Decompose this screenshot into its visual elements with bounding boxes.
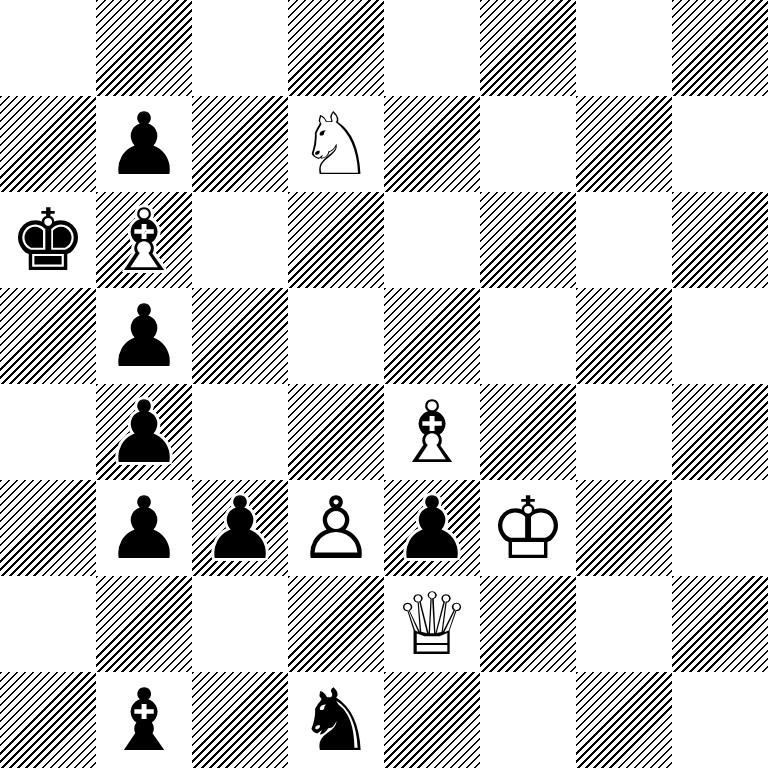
white-bishop-icon: ♗ (393, 384, 470, 480)
square-h3[interactable] (672, 480, 768, 576)
square-d1[interactable]: ♞♞ (288, 672, 384, 768)
white-bishop-icon: ♗ (105, 192, 182, 288)
black-king-icon: ♚ (9, 192, 86, 288)
square-e7[interactable] (384, 96, 480, 192)
white-pawn-icon: ♙ (297, 480, 374, 576)
piece-black-pawn[interactable]: ♟♟ (105, 480, 182, 576)
square-a7[interactable] (0, 96, 96, 192)
square-a5[interactable] (0, 288, 96, 384)
square-d7[interactable]: ♞♘ (288, 96, 384, 192)
square-d4[interactable] (288, 384, 384, 480)
black-pawn-icon: ♟ (105, 480, 182, 576)
square-c6[interactable] (192, 192, 288, 288)
square-e2[interactable]: ♛♕ (384, 576, 480, 672)
square-d6[interactable] (288, 192, 384, 288)
square-f3[interactable]: ♚♔ (480, 480, 576, 576)
square-g8[interactable] (576, 0, 672, 96)
square-g1[interactable] (576, 672, 672, 768)
black-knight-icon: ♞ (297, 672, 374, 768)
square-f2[interactable] (480, 576, 576, 672)
square-h6[interactable] (672, 192, 768, 288)
square-g4[interactable] (576, 384, 672, 480)
black-pawn-icon: ♟ (201, 480, 278, 576)
square-a4[interactable] (0, 384, 96, 480)
square-c5[interactable] (192, 288, 288, 384)
square-h4[interactable] (672, 384, 768, 480)
square-g6[interactable] (576, 192, 672, 288)
square-a3[interactable] (0, 480, 96, 576)
square-e3[interactable]: ♟♟ (384, 480, 480, 576)
square-b7[interactable]: ♟♟ (96, 96, 192, 192)
square-a1[interactable] (0, 672, 96, 768)
square-h8[interactable] (672, 0, 768, 96)
square-b5[interactable]: ♟♟ (96, 288, 192, 384)
black-pawn-icon: ♟ (105, 288, 182, 384)
square-d2[interactable] (288, 576, 384, 672)
black-pawn-icon: ♟ (105, 384, 182, 480)
square-g5[interactable] (576, 288, 672, 384)
square-a6[interactable]: ♚♚ (0, 192, 96, 288)
square-h1[interactable] (672, 672, 768, 768)
square-c4[interactable] (192, 384, 288, 480)
black-pawn-icon: ♟ (105, 96, 182, 192)
piece-black-pawn[interactable]: ♟♟ (393, 480, 470, 576)
square-c2[interactable] (192, 576, 288, 672)
piece-black-pawn[interactable]: ♟♟ (105, 96, 182, 192)
piece-black-bishop[interactable]: ♝♝ (105, 672, 182, 768)
square-e6[interactable] (384, 192, 480, 288)
square-e1[interactable] (384, 672, 480, 768)
square-e8[interactable] (384, 0, 480, 96)
black-pawn-icon: ♟ (393, 480, 470, 576)
piece-black-pawn[interactable]: ♟♟ (105, 288, 182, 384)
square-g7[interactable] (576, 96, 672, 192)
piece-white-bishop[interactable]: ♝♗ (393, 384, 470, 480)
square-g3[interactable] (576, 480, 672, 576)
square-b2[interactable] (96, 576, 192, 672)
square-g2[interactable] (576, 576, 672, 672)
piece-white-pawn[interactable]: ♟♙ (297, 480, 374, 576)
square-a2[interactable] (0, 576, 96, 672)
white-queen-icon: ♕ (393, 576, 470, 672)
square-f6[interactable] (480, 192, 576, 288)
square-f5[interactable] (480, 288, 576, 384)
square-b4[interactable]: ♟♟ (96, 384, 192, 480)
white-knight-icon: ♘ (297, 96, 374, 192)
square-f1[interactable] (480, 672, 576, 768)
piece-black-pawn[interactable]: ♟♟ (201, 480, 278, 576)
black-bishop-icon: ♝ (105, 672, 182, 768)
chess-board: ♟♟♞♘♚♚♝♗♟♟♟♟♝♗♟♟♟♟♟♙♟♟♚♔♛♕♝♝♞♞ (0, 0, 768, 768)
square-d3[interactable]: ♟♙ (288, 480, 384, 576)
piece-black-pawn[interactable]: ♟♟ (105, 384, 182, 480)
piece-white-knight[interactable]: ♞♘ (297, 96, 374, 192)
piece-black-king[interactable]: ♚♚ (9, 192, 86, 288)
square-f8[interactable] (480, 0, 576, 96)
square-h7[interactable] (672, 96, 768, 192)
square-f7[interactable] (480, 96, 576, 192)
piece-black-knight[interactable]: ♞♞ (297, 672, 374, 768)
square-b1[interactable]: ♝♝ (96, 672, 192, 768)
square-d5[interactable] (288, 288, 384, 384)
square-h2[interactable] (672, 576, 768, 672)
square-h5[interactable] (672, 288, 768, 384)
square-c7[interactable] (192, 96, 288, 192)
square-f4[interactable] (480, 384, 576, 480)
square-e5[interactable] (384, 288, 480, 384)
square-b3[interactable]: ♟♟ (96, 480, 192, 576)
square-a8[interactable] (0, 0, 96, 96)
square-b8[interactable] (96, 0, 192, 96)
piece-white-king[interactable]: ♚♔ (489, 480, 566, 576)
square-b6[interactable]: ♝♗ (96, 192, 192, 288)
square-c8[interactable] (192, 0, 288, 96)
piece-white-bishop[interactable]: ♝♗ (105, 192, 182, 288)
white-king-icon: ♔ (489, 480, 566, 576)
square-d8[interactable] (288, 0, 384, 96)
square-e4[interactable]: ♝♗ (384, 384, 480, 480)
square-c1[interactable] (192, 672, 288, 768)
piece-white-queen[interactable]: ♛♕ (393, 576, 470, 672)
square-c3[interactable]: ♟♟ (192, 480, 288, 576)
